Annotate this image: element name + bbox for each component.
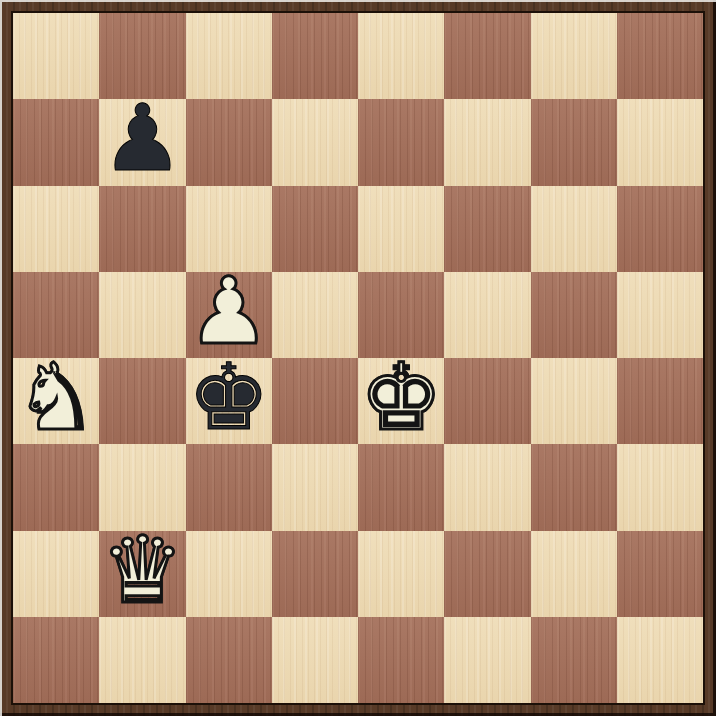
chess-board: ♟♟♞♚♚♛ — [11, 11, 705, 705]
black-king: ♚ — [187, 358, 269, 444]
square-a2[interactable] — [13, 531, 99, 617]
square-g8[interactable] — [531, 13, 617, 99]
square-g4[interactable] — [531, 358, 617, 444]
square-g5[interactable] — [531, 272, 617, 358]
square-a8[interactable] — [13, 13, 99, 99]
square-c7[interactable] — [186, 99, 272, 185]
square-f5[interactable] — [444, 272, 530, 358]
square-e7[interactable] — [358, 99, 444, 185]
square-h7[interactable] — [617, 99, 703, 185]
square-c4[interactable]: ♚ — [186, 358, 272, 444]
square-e3[interactable] — [358, 444, 444, 530]
square-g3[interactable] — [531, 444, 617, 530]
square-f1[interactable] — [444, 617, 530, 703]
square-g2[interactable] — [531, 531, 617, 617]
square-d6[interactable] — [272, 186, 358, 272]
square-d4[interactable] — [272, 358, 358, 444]
square-c3[interactable] — [186, 444, 272, 530]
white-knight: ♞ — [15, 358, 97, 444]
square-e8[interactable] — [358, 13, 444, 99]
square-f8[interactable] — [444, 13, 530, 99]
square-e4[interactable]: ♚ — [358, 358, 444, 444]
square-f4[interactable] — [444, 358, 530, 444]
square-d2[interactable] — [272, 531, 358, 617]
square-e6[interactable] — [358, 186, 444, 272]
square-c1[interactable] — [186, 617, 272, 703]
square-b6[interactable] — [99, 186, 185, 272]
square-a3[interactable] — [13, 444, 99, 530]
square-c6[interactable] — [186, 186, 272, 272]
board-frame: ♟♟♞♚♚♛ — [0, 0, 716, 716]
white-queen: ♛ — [101, 531, 183, 617]
square-a1[interactable] — [13, 617, 99, 703]
square-h3[interactable] — [617, 444, 703, 530]
white-king: ♚ — [360, 358, 442, 444]
square-d8[interactable] — [272, 13, 358, 99]
square-c5[interactable]: ♟ — [186, 272, 272, 358]
square-h8[interactable] — [617, 13, 703, 99]
white-pawn: ♟ — [187, 272, 269, 358]
square-h1[interactable] — [617, 617, 703, 703]
square-f7[interactable] — [444, 99, 530, 185]
black-pawn: ♟ — [101, 99, 183, 185]
square-c2[interactable] — [186, 531, 272, 617]
square-h5[interactable] — [617, 272, 703, 358]
square-a4[interactable]: ♞ — [13, 358, 99, 444]
square-g6[interactable] — [531, 186, 617, 272]
square-h4[interactable] — [617, 358, 703, 444]
square-b7[interactable]: ♟ — [99, 99, 185, 185]
square-h6[interactable] — [617, 186, 703, 272]
square-c8[interactable] — [186, 13, 272, 99]
square-a6[interactable] — [13, 186, 99, 272]
square-f2[interactable] — [444, 531, 530, 617]
square-b5[interactable] — [99, 272, 185, 358]
square-b3[interactable] — [99, 444, 185, 530]
square-g7[interactable] — [531, 99, 617, 185]
square-a7[interactable] — [13, 99, 99, 185]
square-d5[interactable] — [272, 272, 358, 358]
square-d3[interactable] — [272, 444, 358, 530]
square-d7[interactable] — [272, 99, 358, 185]
square-a5[interactable] — [13, 272, 99, 358]
square-g1[interactable] — [531, 617, 617, 703]
square-b2[interactable]: ♛ — [99, 531, 185, 617]
square-d1[interactable] — [272, 617, 358, 703]
square-f6[interactable] — [444, 186, 530, 272]
square-b1[interactable] — [99, 617, 185, 703]
square-e1[interactable] — [358, 617, 444, 703]
square-e2[interactable] — [358, 531, 444, 617]
square-e5[interactable] — [358, 272, 444, 358]
square-b8[interactable] — [99, 13, 185, 99]
square-b4[interactable] — [99, 358, 185, 444]
square-f3[interactable] — [444, 444, 530, 530]
square-h2[interactable] — [617, 531, 703, 617]
